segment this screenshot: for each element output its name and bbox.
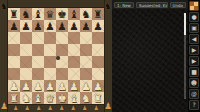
move-hint-marker-d5: [56, 56, 60, 60]
move-panel-top-bar: 1: New Suggested: Kg8 Undo: [112, 0, 188, 9]
move-list-area[interactable]: [112, 9, 188, 112]
square-a7[interactable]: ♟: [8, 20, 20, 32]
square-d5[interactable]: [44, 44, 56, 56]
white-piece-p: ♟: [69, 80, 78, 92]
tray-pawn-icon: ♟: [82, 104, 87, 112]
black-piece-n: ♞: [81, 8, 90, 20]
tray-pawn-icon: ♟: [71, 104, 76, 112]
square-a6[interactable]: [8, 32, 20, 44]
square-c1[interactable]: ♝: [32, 92, 44, 104]
online-button[interactable]: @: [189, 89, 199, 99]
white-piece-p: ♟: [33, 80, 42, 92]
tray-pawn-icon: ♟: [94, 104, 99, 112]
right-triangle-icon: ▶: [192, 46, 197, 53]
white-piece-p: ♟: [9, 80, 18, 92]
square-f2[interactable]: ♟: [68, 80, 80, 92]
play-button[interactable]: ▶: [189, 56, 199, 66]
board-frame-top: [8, 0, 104, 8]
chess-app-window: ♞ ♟ ♟♟♟♟♟♟♟♟ ♞ ♟ ♜♞♝♛♚♝♞♜♟♟♟♟♟♟♟♟♟♟♟♟♟♟♟…: [0, 0, 200, 112]
square-h5[interactable]: [92, 44, 104, 56]
square-e1[interactable]: ♚: [56, 92, 68, 104]
square-b8[interactable]: ♞: [20, 8, 32, 20]
hint-button[interactable]: ●: [189, 12, 199, 22]
square-d8[interactable]: ♛: [44, 8, 56, 20]
white-piece-r: ♜: [9, 92, 18, 104]
square-e5[interactable]: [56, 44, 68, 56]
square-g6[interactable]: [80, 32, 92, 44]
move-panel: 1: New Suggested: Kg8 Undo: [112, 0, 188, 112]
black-piece-k: ♚: [57, 8, 66, 20]
white-piece-b: ♝: [69, 92, 78, 104]
white-piece-p: ♟: [81, 80, 90, 92]
square-c8[interactable]: ♝: [32, 8, 44, 20]
black-piece-p: ♟: [81, 20, 90, 32]
square-icon: ■: [191, 68, 197, 75]
square-h2[interactable]: ♟: [92, 80, 104, 92]
white-piece-p: ♟: [57, 80, 66, 92]
square-b5[interactable]: [20, 44, 32, 56]
square-f4[interactable]: [68, 56, 80, 68]
square-b2[interactable]: ♟: [20, 80, 32, 92]
help-button[interactable]: ?: [189, 100, 199, 110]
square-d6[interactable]: [44, 32, 56, 44]
white-piece-k: ♚: [57, 92, 66, 104]
square-b1[interactable]: ♞: [20, 92, 32, 104]
undo-button[interactable]: Undo: [170, 2, 186, 8]
square-a1[interactable]: ♜: [8, 92, 20, 104]
square-f3[interactable]: [68, 68, 80, 80]
square-d1[interactable]: ♛: [44, 92, 56, 104]
new-game-button[interactable]: 1: New: [114, 2, 134, 8]
square-h3[interactable]: [92, 68, 104, 80]
square-c2[interactable]: ♟: [32, 80, 44, 92]
right-toolbar: ●▣◀▶▶■☻@?: [188, 0, 200, 112]
at-sign-icon: @: [191, 90, 197, 97]
suggested-move-button[interactable]: Suggested: Kg8: [136, 2, 168, 8]
black-piece-q: ♛: [45, 8, 54, 20]
white-piece-p: ♟: [45, 80, 54, 92]
square-g3[interactable]: [80, 68, 92, 80]
player-button[interactable]: ☻: [189, 78, 199, 88]
square-f8[interactable]: ♝: [68, 8, 80, 20]
white-piece-n: ♞: [81, 92, 90, 104]
square-a3[interactable]: [8, 68, 20, 80]
square-f7[interactable]: ♟: [68, 20, 80, 32]
tray-pawn-icon: ♟: [13, 104, 18, 112]
square-h8[interactable]: ♜: [92, 8, 104, 20]
square-d2[interactable]: ♟: [44, 80, 56, 92]
black-piece-b: ♝: [69, 8, 78, 20]
black-piece-n: ♞: [21, 8, 30, 20]
square-g2[interactable]: ♟: [80, 80, 92, 92]
square-f5[interactable]: [68, 44, 80, 56]
step-forward-button[interactable]: ▶: [189, 45, 199, 55]
move-list-scrollbar[interactable]: [184, 13, 186, 99]
black-piece-p: ♟: [45, 20, 54, 32]
step-back-button[interactable]: ◀: [189, 34, 199, 44]
tan-pawn-icon: ♟: [0, 100, 8, 112]
device-icon: ▣: [191, 24, 197, 31]
dot-icon: ●: [191, 13, 196, 20]
person-icon: ☻: [191, 79, 197, 86]
black-piece-r: ♜: [93, 8, 102, 20]
tan-pawn-icon: ♟: [104, 100, 112, 112]
black-piece-p: ♟: [93, 20, 102, 32]
square-e8[interactable]: ♚: [56, 8, 68, 20]
black-piece-p: ♟: [9, 20, 18, 32]
black-piece-p: ♟: [33, 20, 42, 32]
square-d7[interactable]: ♟: [44, 20, 56, 32]
black-piece-p: ♟: [21, 20, 30, 32]
square-g8[interactable]: ♞: [80, 8, 92, 20]
square-d4[interactable]: [44, 56, 56, 68]
device-button[interactable]: ▣: [189, 23, 199, 33]
square-b4[interactable]: [20, 56, 32, 68]
board-theme-button[interactable]: [189, 1, 199, 11]
right-board-rail: ♞ ♟: [104, 0, 112, 112]
square-e2[interactable]: ♟: [56, 80, 68, 92]
square-c4[interactable]: [32, 56, 44, 68]
chess-board: ♜♞♝♛♚♝♞♜♟♟♟♟♟♟♟♟♟♟♟♟♟♟♟♟♜♞♝♛♚♝♞♜: [8, 8, 104, 104]
square-a5[interactable]: [8, 44, 20, 56]
square-h7[interactable]: ♟: [92, 20, 104, 32]
tray-pawn-icon: ♟: [36, 104, 41, 112]
captured-pieces-tray: ♟♟♟♟♟♟♟♟: [8, 104, 104, 112]
square-c7[interactable]: ♟: [32, 20, 44, 32]
square-g1[interactable]: ♞: [80, 92, 92, 104]
square-e6[interactable]: [56, 32, 68, 44]
square-a2[interactable]: ♟: [8, 80, 20, 92]
left-triangle-icon: ◀: [192, 35, 197, 42]
black-piece-b: ♝: [33, 8, 42, 20]
white-piece-p: ♟: [93, 80, 102, 92]
square-b3[interactable]: [20, 68, 32, 80]
square-g4[interactable]: [80, 56, 92, 68]
square-b6[interactable]: [20, 32, 32, 44]
white-piece-r: ♜: [93, 92, 102, 104]
square-e7[interactable]: ♟: [56, 20, 68, 32]
square-a4[interactable]: [8, 56, 20, 68]
square-g7[interactable]: ♟: [80, 20, 92, 32]
square-f1[interactable]: ♝: [68, 92, 80, 104]
square-c5[interactable]: [32, 44, 44, 56]
white-piece-n: ♞: [21, 92, 30, 104]
square-h6[interactable]: [92, 32, 104, 44]
square-e3[interactable]: [56, 68, 68, 80]
black-knight-icon: ♞: [0, 0, 8, 12]
stop-button[interactable]: ■: [189, 67, 199, 77]
left-board-rail: ♞ ♟: [0, 0, 8, 112]
square-d3[interactable]: [44, 68, 56, 80]
square-b7[interactable]: ♟: [20, 20, 32, 32]
tray-pawn-icon: ♟: [48, 104, 53, 112]
black-knight-icon: ♞: [104, 0, 112, 12]
black-piece-r: ♜: [9, 8, 18, 20]
square-g5[interactable]: [80, 44, 92, 56]
white-piece-q: ♛: [45, 92, 54, 104]
tray-pawn-icon: ♟: [25, 104, 30, 112]
square-a8[interactable]: ♜: [8, 8, 20, 20]
square-c6[interactable]: [32, 32, 44, 44]
black-piece-p: ♟: [57, 20, 66, 32]
square-f6[interactable]: [68, 32, 80, 44]
square-h4[interactable]: [92, 56, 104, 68]
white-piece-p: ♟: [21, 80, 30, 92]
right-triangle-icon: ▶: [192, 57, 197, 64]
white-piece-b: ♝: [33, 92, 42, 104]
question-mark-icon: ?: [192, 101, 195, 108]
square-c3[interactable]: [32, 68, 44, 80]
scrollbar-thumb[interactable]: [184, 13, 186, 35]
square-h1[interactable]: ♜: [92, 92, 104, 104]
black-piece-p: ♟: [69, 20, 78, 32]
tray-pawn-icon: ♟: [59, 104, 64, 112]
